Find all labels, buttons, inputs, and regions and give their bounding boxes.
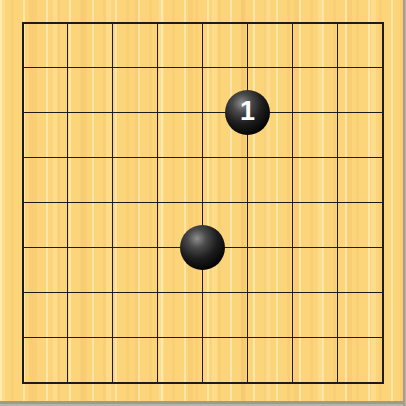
stone-label: 1 [240, 98, 255, 125]
black-stone: 1 [225, 90, 270, 135]
board-edge-shadow-bottom [0, 401, 406, 406]
black-stone [180, 225, 225, 270]
board-grid-lines [0, 0, 406, 406]
go-diagram: 1 [0, 0, 406, 406]
